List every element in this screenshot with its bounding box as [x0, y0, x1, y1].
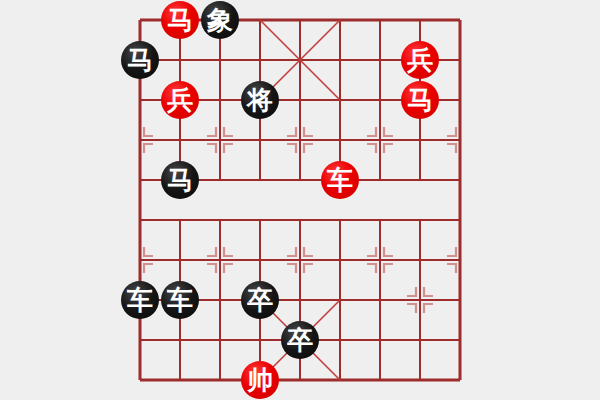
- board-point[interactable]: [440, 280, 480, 320]
- board-point[interactable]: 马: [120, 40, 160, 80]
- board-point[interactable]: [280, 200, 320, 240]
- board-point[interactable]: [360, 200, 400, 240]
- board-point[interactable]: 帅: [240, 360, 280, 400]
- board-point[interactable]: 兵: [160, 80, 200, 120]
- board-point[interactable]: [400, 240, 440, 280]
- board-point[interactable]: 车: [120, 280, 160, 320]
- black-chariot[interactable]: 车: [121, 281, 159, 319]
- red-pawn[interactable]: 兵: [401, 41, 439, 79]
- board-point[interactable]: [400, 0, 440, 40]
- board-point[interactable]: [240, 320, 280, 360]
- board-point[interactable]: [440, 160, 480, 200]
- board-point[interactable]: [360, 120, 400, 160]
- board-point[interactable]: 马: [160, 0, 200, 40]
- board-point[interactable]: [400, 320, 440, 360]
- board-point[interactable]: [320, 360, 360, 400]
- board-point[interactable]: [360, 160, 400, 200]
- board-point[interactable]: [360, 80, 400, 120]
- board-point[interactable]: [120, 120, 160, 160]
- board-point[interactable]: [440, 40, 480, 80]
- board-point[interactable]: 兵: [400, 40, 440, 80]
- board-point[interactable]: [280, 80, 320, 120]
- board-point[interactable]: [240, 160, 280, 200]
- board-point[interactable]: [120, 360, 160, 400]
- board-point[interactable]: 卒: [280, 320, 320, 360]
- board-point[interactable]: 马: [160, 160, 200, 200]
- board-point[interactable]: [160, 240, 200, 280]
- black-chariot[interactable]: 车: [161, 281, 199, 319]
- board-point[interactable]: [360, 280, 400, 320]
- board-point[interactable]: [160, 200, 200, 240]
- board-point[interactable]: [240, 40, 280, 80]
- board-point[interactable]: [320, 320, 360, 360]
- board-point[interactable]: [240, 0, 280, 40]
- xiangqi-diagram: 马象马兵兵将马马车车车卒卒帅: [0, 0, 600, 400]
- board-point[interactable]: [440, 120, 480, 160]
- board-point[interactable]: [280, 120, 320, 160]
- board-grid: 马象马兵兵将马马车车车卒卒帅: [120, 0, 480, 400]
- board-point[interactable]: [240, 200, 280, 240]
- board-point[interactable]: [200, 200, 240, 240]
- board-point[interactable]: 车: [320, 160, 360, 200]
- board-point[interactable]: [240, 120, 280, 160]
- board-point[interactable]: [320, 40, 360, 80]
- board-point[interactable]: [400, 160, 440, 200]
- board-point[interactable]: [320, 240, 360, 280]
- red-pawn[interactable]: 兵: [161, 81, 199, 119]
- black-pawn[interactable]: 卒: [281, 321, 319, 359]
- board-point[interactable]: [120, 200, 160, 240]
- board-point[interactable]: [160, 120, 200, 160]
- board-point[interactable]: [320, 200, 360, 240]
- red-general[interactable]: 帅: [241, 361, 279, 399]
- board-point[interactable]: 象: [200, 0, 240, 40]
- board-point[interactable]: [160, 360, 200, 400]
- board-point[interactable]: [200, 80, 240, 120]
- board-point[interactable]: [440, 240, 480, 280]
- board-point[interactable]: [240, 240, 280, 280]
- board-point[interactable]: [120, 160, 160, 200]
- board-point[interactable]: [280, 40, 320, 80]
- board-point[interactable]: 将: [240, 80, 280, 120]
- black-general[interactable]: 将: [241, 81, 279, 119]
- black-horse[interactable]: 马: [121, 41, 159, 79]
- board-point[interactable]: [200, 120, 240, 160]
- red-chariot[interactable]: 车: [321, 161, 359, 199]
- board-point[interactable]: [160, 40, 200, 80]
- board-point[interactable]: [200, 320, 240, 360]
- black-pawn[interactable]: 卒: [241, 281, 279, 319]
- board-point[interactable]: [200, 40, 240, 80]
- board-point[interactable]: [400, 360, 440, 400]
- board-point[interactable]: [320, 120, 360, 160]
- board-point[interactable]: [120, 80, 160, 120]
- board-point[interactable]: [400, 280, 440, 320]
- board-point[interactable]: [360, 240, 400, 280]
- board-point[interactable]: [280, 0, 320, 40]
- board-point[interactable]: [360, 360, 400, 400]
- board-point[interactable]: [200, 240, 240, 280]
- board-point[interactable]: [440, 360, 480, 400]
- board-point[interactable]: [400, 120, 440, 160]
- board-point[interactable]: 马: [400, 80, 440, 120]
- board-point[interactable]: [440, 200, 480, 240]
- board-point[interactable]: [400, 200, 440, 240]
- board-point[interactable]: [280, 240, 320, 280]
- board-point[interactable]: [120, 320, 160, 360]
- board-point[interactable]: 卒: [240, 280, 280, 320]
- board-point[interactable]: [120, 0, 160, 40]
- board-point[interactable]: [280, 360, 320, 400]
- board-point[interactable]: [360, 320, 400, 360]
- board-point[interactable]: [360, 40, 400, 80]
- board-point[interactable]: [200, 360, 240, 400]
- board-point[interactable]: [360, 0, 400, 40]
- board-point[interactable]: [200, 160, 240, 200]
- board-point[interactable]: 车: [160, 280, 200, 320]
- board-point[interactable]: [160, 320, 200, 360]
- board-point[interactable]: [320, 0, 360, 40]
- board-point[interactable]: [280, 280, 320, 320]
- board-point[interactable]: [320, 80, 360, 120]
- black-horse[interactable]: 马: [161, 161, 199, 199]
- board-point[interactable]: [440, 0, 480, 40]
- red-horse[interactable]: 马: [401, 81, 439, 119]
- board-point[interactable]: [440, 320, 480, 360]
- board-point[interactable]: [200, 280, 240, 320]
- board-point[interactable]: [320, 280, 360, 320]
- board-point[interactable]: [120, 240, 160, 280]
- board-point[interactable]: [440, 80, 480, 120]
- black-elephant[interactable]: 象: [201, 1, 239, 39]
- red-horse[interactable]: 马: [161, 1, 199, 39]
- board-point[interactable]: [280, 160, 320, 200]
